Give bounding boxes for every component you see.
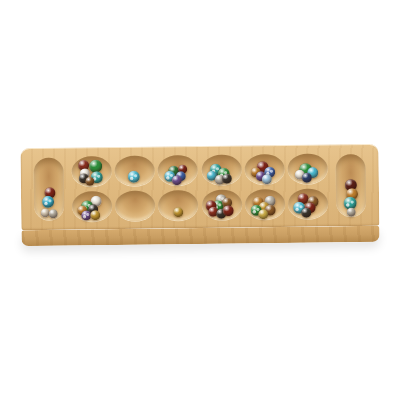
mancala-board-grid	[20, 144, 379, 230]
mancala-board	[20, 144, 379, 246]
pit-bottom-1-cell	[72, 190, 113, 221]
pit-top-1[interactable]	[72, 156, 112, 186]
bead-yellow	[258, 209, 268, 219]
bead-purple	[81, 210, 91, 220]
store-right-cell	[330, 152, 371, 218]
bead-black	[301, 208, 311, 218]
store-left-cell	[29, 156, 70, 222]
bead-brown	[86, 177, 95, 186]
store-left	[34, 158, 65, 220]
pit-top-1-cell	[72, 155, 113, 186]
pit-top-2-cell	[115, 155, 156, 186]
pit-top-4[interactable]	[201, 154, 241, 184]
bead-gold	[174, 207, 184, 217]
pit-top-2[interactable]	[115, 155, 155, 185]
pit-bottom-3-cell	[158, 189, 199, 220]
board-top-surface	[20, 144, 379, 230]
pit-bottom-6-cell	[288, 187, 329, 218]
pit-bottom-4[interactable]	[202, 189, 242, 219]
pit-top-6[interactable]	[287, 153, 327, 183]
pit-top-5[interactable]	[244, 153, 284, 183]
pit-bottom-2-cell	[115, 190, 156, 221]
pit-bottom-2[interactable]	[115, 190, 155, 220]
pit-top-6-cell	[287, 152, 328, 183]
bead-silver	[347, 207, 356, 216]
pit-top-3-cell	[158, 154, 199, 185]
bead-silver	[48, 209, 57, 218]
pit-top-3[interactable]	[158, 155, 198, 185]
pit-bottom-1[interactable]	[72, 191, 112, 221]
pit-top-4-cell	[201, 153, 242, 184]
pit-bottom-5[interactable]	[245, 188, 285, 218]
bead-cyan	[41, 196, 53, 208]
bead-navy	[302, 173, 312, 183]
pit-bottom-4-cell	[201, 188, 242, 219]
bead-cyan	[127, 171, 139, 183]
pit-bottom-6[interactable]	[288, 188, 328, 218]
bead-black	[222, 174, 232, 184]
store-right	[336, 154, 367, 216]
bead-light-blue	[262, 174, 272, 184]
photo-stage	[0, 0, 400, 400]
pit-bottom-5-cell	[245, 188, 286, 219]
bead-gold	[90, 210, 100, 220]
pit-bottom-3[interactable]	[158, 190, 198, 220]
bead-maroon	[223, 205, 234, 216]
pit-top-5-cell	[244, 153, 285, 184]
bead-purple	[172, 175, 182, 185]
board-front-edge	[21, 226, 379, 246]
